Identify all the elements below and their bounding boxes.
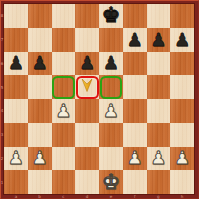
square-h6[interactable]: [170, 52, 194, 76]
square-d5[interactable]: [75, 75, 99, 99]
square-g6[interactable]: [147, 52, 171, 76]
square-g3[interactable]: [147, 123, 171, 147]
white-pawn: ♟: [99, 99, 123, 123]
square-f2[interactable]: ♟: [123, 147, 147, 171]
square-d8[interactable]: [75, 4, 99, 28]
black-pawn: ♟: [28, 52, 52, 76]
square-e3[interactable]: [99, 123, 123, 147]
white-pawn: ♟: [52, 99, 76, 123]
square-b7[interactable]: [28, 28, 52, 52]
square-a2[interactable]: ♟: [4, 147, 28, 171]
square-c4[interactable]: ♟: [52, 99, 76, 123]
file-label-b: b: [28, 194, 52, 199]
file-label-e: e: [99, 194, 123, 199]
square-c3[interactable]: [52, 123, 76, 147]
square-a6[interactable]: ♟: [4, 52, 28, 76]
square-e6[interactable]: ♟: [99, 52, 123, 76]
square-d7[interactable]: [75, 28, 99, 52]
white-pawn: ♟: [4, 147, 28, 171]
white-pawn: ♟: [123, 147, 147, 171]
square-g8[interactable]: [147, 4, 171, 28]
square-e2[interactable]: [99, 147, 123, 171]
square-d6[interactable]: ♟: [75, 52, 99, 76]
square-c8[interactable]: [52, 4, 76, 28]
chess-board: ♚♟♟♟♟♟♟♟♟♟♟♟♟♟♟♚: [4, 4, 194, 194]
rank-label-2: 2: [0, 147, 4, 171]
square-c2[interactable]: [52, 147, 76, 171]
white-king: ♚: [99, 170, 123, 194]
square-c5[interactable]: [52, 75, 76, 99]
file-label-g: g: [147, 194, 171, 199]
square-f8[interactable]: [123, 4, 147, 28]
square-b5[interactable]: [28, 75, 52, 99]
black-pawn: ♟: [170, 28, 194, 52]
file-coordinates: abcdefgh: [4, 194, 194, 199]
square-h1[interactable]: [170, 170, 194, 194]
white-pawn: ♟: [28, 147, 52, 171]
square-d3[interactable]: [75, 123, 99, 147]
square-d4[interactable]: [75, 99, 99, 123]
black-pawn: ♟: [147, 28, 171, 52]
square-e5[interactable]: [99, 75, 123, 99]
black-pawn: ♟: [75, 52, 99, 76]
square-g4[interactable]: [147, 99, 171, 123]
black-pawn: ♟: [99, 52, 123, 76]
square-e4[interactable]: ♟: [99, 99, 123, 123]
square-g2[interactable]: ♟: [147, 147, 171, 171]
square-f4[interactable]: [123, 99, 147, 123]
square-a3[interactable]: [4, 123, 28, 147]
square-b2[interactable]: ♟: [28, 147, 52, 171]
black-king: ♚: [99, 4, 123, 28]
square-f7[interactable]: ♟: [123, 28, 147, 52]
green-highlight-c5: [52, 76, 75, 99]
file-label-h: h: [170, 194, 194, 199]
green-highlight-e5: [100, 76, 123, 99]
square-b3[interactable]: [28, 123, 52, 147]
chess-board-frame: ♚♟♟♟♟♟♟♟♟♟♟♟♟♟♟♚ abcdefgh 87654321: [0, 0, 199, 199]
square-g1[interactable]: [147, 170, 171, 194]
white-pawn: ♟: [170, 147, 194, 171]
move-arrow-icon: [82, 77, 93, 96]
square-c7[interactable]: [52, 28, 76, 52]
square-d2[interactable]: [75, 147, 99, 171]
red-highlight-d5: [76, 76, 99, 99]
square-d1[interactable]: [75, 170, 99, 194]
rank-label-8: 8: [0, 4, 4, 28]
square-c6[interactable]: [52, 52, 76, 76]
square-e7[interactable]: [99, 28, 123, 52]
rank-label-6: 6: [0, 52, 4, 76]
square-g5[interactable]: [147, 75, 171, 99]
square-a8[interactable]: [4, 4, 28, 28]
rank-label-4: 4: [0, 99, 4, 123]
square-f5[interactable]: [123, 75, 147, 99]
rank-label-7: 7: [0, 28, 4, 52]
square-h7[interactable]: ♟: [170, 28, 194, 52]
rank-coordinates: 87654321: [0, 4, 4, 194]
square-b1[interactable]: [28, 170, 52, 194]
black-pawn: ♟: [4, 52, 28, 76]
square-b4[interactable]: [28, 99, 52, 123]
square-g7[interactable]: ♟: [147, 28, 171, 52]
square-e8[interactable]: ♚: [99, 4, 123, 28]
square-b6[interactable]: ♟: [28, 52, 52, 76]
square-c1[interactable]: [52, 170, 76, 194]
square-a1[interactable]: [4, 170, 28, 194]
square-h3[interactable]: [170, 123, 194, 147]
square-h8[interactable]: [170, 4, 194, 28]
square-b8[interactable]: [28, 4, 52, 28]
white-pawn: ♟: [147, 147, 171, 171]
square-a5[interactable]: [4, 75, 28, 99]
rank-label-5: 5: [0, 75, 4, 99]
rank-label-1: 1: [0, 170, 4, 194]
black-pawn: ♟: [123, 28, 147, 52]
file-label-d: d: [75, 194, 99, 199]
square-a4[interactable]: [4, 99, 28, 123]
rank-label-3: 3: [0, 123, 4, 147]
square-f1[interactable]: [123, 170, 147, 194]
file-label-f: f: [123, 194, 147, 199]
file-label-a: a: [4, 194, 28, 199]
square-f6[interactable]: [123, 52, 147, 76]
square-e1[interactable]: ♚: [99, 170, 123, 194]
square-h4[interactable]: [170, 99, 194, 123]
square-h5[interactable]: [170, 75, 194, 99]
square-f3[interactable]: [123, 123, 147, 147]
file-label-c: c: [52, 194, 76, 199]
square-a7[interactable]: [4, 28, 28, 52]
square-h2[interactable]: ♟: [170, 147, 194, 171]
